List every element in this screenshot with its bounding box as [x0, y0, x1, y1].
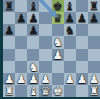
square-f8[interactable]: ♝	[64, 0, 76, 12]
square-h1[interactable]: ♜	[88, 85, 100, 97]
white-knight: ♞	[52, 36, 64, 48]
square-a4[interactable]	[3, 49, 15, 61]
square-c7[interactable]: ♟	[27, 12, 39, 24]
square-f3[interactable]	[64, 61, 76, 73]
white-rook: ♜	[3, 85, 15, 97]
square-e1[interactable]: ♚	[52, 85, 64, 97]
white-knight: ♞	[27, 61, 39, 73]
square-b8[interactable]	[15, 0, 27, 12]
square-g4[interactable]	[76, 49, 88, 61]
square-h4[interactable]	[88, 49, 100, 61]
chess-board[interactable]: ♜♝♚♝♜♟♟♛♟♟♟♟♟♞♞♟♞♟♟♟♟♟♟♟♜♝♛♚♜	[3, 0, 100, 97]
square-e3[interactable]	[52, 61, 64, 73]
square-a7[interactable]	[3, 12, 15, 24]
square-e6[interactable]	[52, 24, 64, 36]
square-h5[interactable]	[88, 36, 100, 48]
square-d4[interactable]	[39, 49, 51, 61]
black-queen: ♛	[52, 12, 64, 24]
square-b3[interactable]	[15, 61, 27, 73]
square-e7[interactable]: ♛	[52, 12, 64, 24]
white-queen: ♛	[39, 85, 51, 97]
square-d7[interactable]	[39, 12, 51, 24]
square-g7[interactable]: ♟	[76, 12, 88, 24]
black-pawn: ♟	[88, 12, 100, 24]
white-pawn: ♟	[27, 73, 39, 85]
square-e5[interactable]: ♞	[52, 36, 64, 48]
square-b5[interactable]	[15, 36, 27, 48]
square-c8[interactable]: ♝	[27, 0, 39, 12]
square-e2[interactable]	[52, 73, 64, 85]
square-c3[interactable]: ♞	[27, 61, 39, 73]
square-g8[interactable]	[76, 0, 88, 12]
square-c4[interactable]	[27, 49, 39, 61]
square-a6[interactable]: ♟	[3, 24, 15, 36]
square-a2[interactable]: ♟	[3, 73, 15, 85]
white-pawn: ♟	[15, 73, 27, 85]
square-e4[interactable]: ♟	[52, 49, 64, 61]
square-h6[interactable]	[88, 24, 100, 36]
black-bishop: ♝	[64, 0, 76, 12]
square-g6[interactable]	[76, 24, 88, 36]
square-h8[interactable]: ♜	[88, 0, 100, 12]
square-f2[interactable]: ♟	[64, 73, 76, 85]
square-d2[interactable]: ♟	[39, 73, 51, 85]
white-king: ♚	[52, 85, 64, 97]
square-b6[interactable]	[15, 24, 27, 36]
black-bishop: ♝	[27, 0, 39, 12]
black-pawn: ♟	[27, 12, 39, 24]
square-f5[interactable]	[64, 36, 76, 48]
square-a5[interactable]	[3, 36, 15, 48]
square-c2[interactable]: ♟	[27, 73, 39, 85]
square-d6[interactable]	[39, 24, 51, 36]
square-b2[interactable]: ♟	[15, 73, 27, 85]
square-f4[interactable]	[64, 49, 76, 61]
square-b7[interactable]: ♟	[15, 12, 27, 24]
square-f6[interactable]: ♞	[64, 24, 76, 36]
square-e8[interactable]: ♚	[52, 0, 64, 12]
square-d5[interactable]	[39, 36, 51, 48]
black-pawn: ♟	[76, 12, 88, 24]
white-pawn: ♟	[64, 73, 76, 85]
black-rook: ♜	[88, 0, 100, 12]
square-b1[interactable]	[15, 85, 27, 97]
square-d8[interactable]	[39, 0, 51, 12]
square-c6[interactable]: ♟	[27, 24, 39, 36]
white-pawn: ♟	[3, 73, 15, 85]
white-pawn: ♟	[76, 73, 88, 85]
white-rook: ♜	[88, 85, 100, 97]
square-b4[interactable]	[15, 49, 27, 61]
square-d1[interactable]: ♛	[39, 85, 51, 97]
square-c1[interactable]: ♝	[27, 85, 39, 97]
square-f1[interactable]	[64, 85, 76, 97]
square-a3[interactable]	[3, 61, 15, 73]
square-g2[interactable]: ♟	[76, 73, 88, 85]
black-pawn: ♟	[15, 12, 27, 24]
square-d3[interactable]	[39, 61, 51, 73]
black-pawn: ♟	[3, 24, 15, 36]
black-king: ♚	[52, 0, 64, 12]
square-g1[interactable]	[76, 85, 88, 97]
square-f7[interactable]: ♟	[64, 12, 76, 24]
white-pawn: ♟	[88, 73, 100, 85]
square-a8[interactable]: ♜	[3, 0, 15, 12]
black-pawn: ♟	[64, 12, 76, 24]
white-pawn: ♟	[39, 73, 51, 85]
black-pawn: ♟	[27, 24, 39, 36]
black-knight: ♞	[64, 24, 76, 36]
white-bishop: ♝	[27, 85, 39, 97]
black-rook: ♜	[3, 0, 15, 12]
square-h2[interactable]: ♟	[88, 73, 100, 85]
square-g3[interactable]	[76, 61, 88, 73]
square-c5[interactable]	[27, 36, 39, 48]
white-pawn: ♟	[52, 49, 64, 61]
square-h7[interactable]: ♟	[88, 12, 100, 24]
square-g5[interactable]	[76, 36, 88, 48]
square-h3[interactable]	[88, 61, 100, 73]
square-a1[interactable]: ♜	[3, 85, 15, 97]
